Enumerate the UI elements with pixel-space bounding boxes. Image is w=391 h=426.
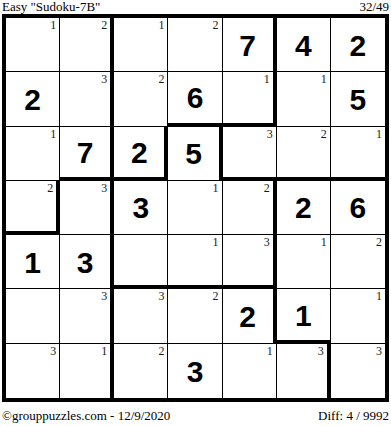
given-digit: 7 [239,31,256,61]
corner-mark: 1 [264,72,270,86]
corner-mark: 1 [376,289,382,303]
cell-r1c4[interactable]: 2 [168,18,222,72]
given-digit: 2 [131,138,148,168]
cell-r7c7[interactable]: 3 [331,344,385,398]
corner-mark: 2 [213,289,219,303]
cell-r1c2[interactable]: 2 [60,18,114,72]
cell-r1c7[interactable]: 2 [331,18,385,72]
corner-mark: 3 [101,72,107,86]
puzzle-title: Easy "Sudoku-7B" [2,0,100,13]
cell-r2c1[interactable]: 2 [6,72,60,126]
cell-r4c1[interactable]: 2 [6,181,60,235]
given-digit: 2 [295,193,312,223]
corner-mark: 1 [267,344,273,358]
given-digit: 4 [295,31,312,61]
corner-mark: 1 [158,18,164,32]
corner-mark: 3 [50,344,56,358]
given-digit: 7 [77,138,94,168]
cell-r2c4[interactable]: 6 [168,72,222,126]
corner-mark: 1 [321,72,327,86]
cell-r6c7[interactable]: 1 [331,289,385,343]
cell-r2c7[interactable]: 5 [331,72,385,126]
corner-mark: 3 [158,289,164,303]
cell-r2c2[interactable]: 3 [60,72,114,126]
given-digit: 3 [133,193,150,223]
corner-mark: 2 [376,235,382,249]
cell-r5c7[interactable]: 2 [331,235,385,289]
cell-r6c6[interactable]: 1 [277,289,331,343]
cell-r1c6[interactable]: 4 [277,18,331,72]
puzzle-page: Easy "Sudoku-7B" 32/49 12127422326115172… [0,0,391,426]
corner-mark: 2 [213,18,219,32]
given-digit: 2 [350,31,367,61]
difficulty: Diff: 4 / 9992 [318,408,389,423]
corner-mark: 3 [264,235,270,249]
given-digit: 5 [350,85,367,115]
cell-r4c7[interactable]: 6 [331,181,385,235]
page-counter: 32/49 [359,0,389,13]
given-digit: 6 [187,83,204,113]
corner-mark: 1 [101,344,107,358]
corner-mark: 1 [321,235,327,249]
cell-r7c6[interactable]: 3 [277,344,331,398]
given-digit: 5 [185,139,202,169]
cell-r1c3[interactable]: 1 [114,18,168,72]
cell-r2c3[interactable]: 2 [114,72,168,126]
cell-r4c4[interactable]: 1 [168,181,222,235]
cell-r1c5[interactable]: 7 [223,18,277,72]
cell-r5c5[interactable]: 3 [223,235,277,289]
cell-r7c5[interactable]: 1 [223,344,277,398]
cell-r6c2[interactable]: 3 [60,289,114,343]
cell-r7c2[interactable]: 1 [60,344,114,398]
corner-mark: 2 [158,344,164,358]
cell-r1c1[interactable]: 1 [6,18,60,72]
sudoku-board: 1212742232611517253212331226131312332211… [6,18,385,398]
cell-r5c2[interactable]: 3 [60,235,114,289]
cell-r6c5[interactable]: 2 [223,289,277,343]
cell-r6c4[interactable]: 2 [168,289,222,343]
corner-mark: 1 [50,18,56,32]
cell-r7c3[interactable]: 2 [114,344,168,398]
corner-mark: 3 [267,127,273,141]
cell-r5c6[interactable]: 1 [277,235,331,289]
given-digit: 6 [350,193,367,223]
given-digit: 2 [24,85,41,115]
corner-mark: 1 [213,235,219,249]
cell-r6c1[interactable] [6,289,60,343]
corner-mark: 3 [101,181,107,195]
cell-r2c6[interactable]: 1 [277,72,331,126]
copyright: ©grouppuzzles.com - 12/9/2020 [2,408,170,423]
corner-mark: 3 [101,289,107,303]
corner-mark: 2 [158,72,164,86]
board-frame: 1212742232611517253212331226131312332211… [2,14,389,402]
corner-mark: 2 [264,181,270,195]
cell-r4c5[interactable]: 2 [223,181,277,235]
cell-r2c5[interactable]: 1 [223,72,277,126]
corner-mark: 1 [50,127,56,141]
cell-r3c3[interactable]: 2 [114,127,168,181]
given-digit: 1 [24,248,41,278]
cell-r4c6[interactable]: 2 [277,181,331,235]
corner-mark: 2 [47,181,53,195]
footer: ©grouppuzzles.com - 12/9/2020 Diff: 4 / … [0,408,391,423]
given-digit: 3 [187,357,204,387]
cell-r6c3[interactable]: 3 [114,289,168,343]
cell-r3c6[interactable]: 2 [277,127,331,181]
given-digit: 3 [77,248,94,278]
cell-r7c1[interactable]: 3 [6,344,60,398]
cell-r3c5[interactable]: 3 [223,127,277,181]
corner-mark: 3 [318,344,324,358]
cell-r5c3[interactable] [114,235,168,289]
cell-r3c7[interactable]: 1 [331,127,385,181]
corner-mark: 1 [213,181,219,195]
header: Easy "Sudoku-7B" 32/49 [0,0,391,14]
given-digit: 2 [239,302,256,332]
given-digit: 1 [295,301,312,331]
corner-mark: 2 [101,18,107,32]
corner-mark: 3 [376,344,382,358]
cell-r7c4[interactable]: 3 [168,344,222,398]
corner-mark: 1 [376,127,382,141]
corner-mark: 2 [321,127,327,141]
cell-r3c1[interactable]: 1 [6,127,60,181]
cell-r5c4[interactable]: 1 [168,235,222,289]
cell-r3c4[interactable]: 5 [168,127,222,181]
cell-r3c2[interactable]: 7 [60,127,114,181]
cell-r5c1[interactable]: 1 [6,235,60,289]
cell-r4c3[interactable]: 3 [114,181,168,235]
cell-r4c2[interactable]: 3 [60,181,114,235]
